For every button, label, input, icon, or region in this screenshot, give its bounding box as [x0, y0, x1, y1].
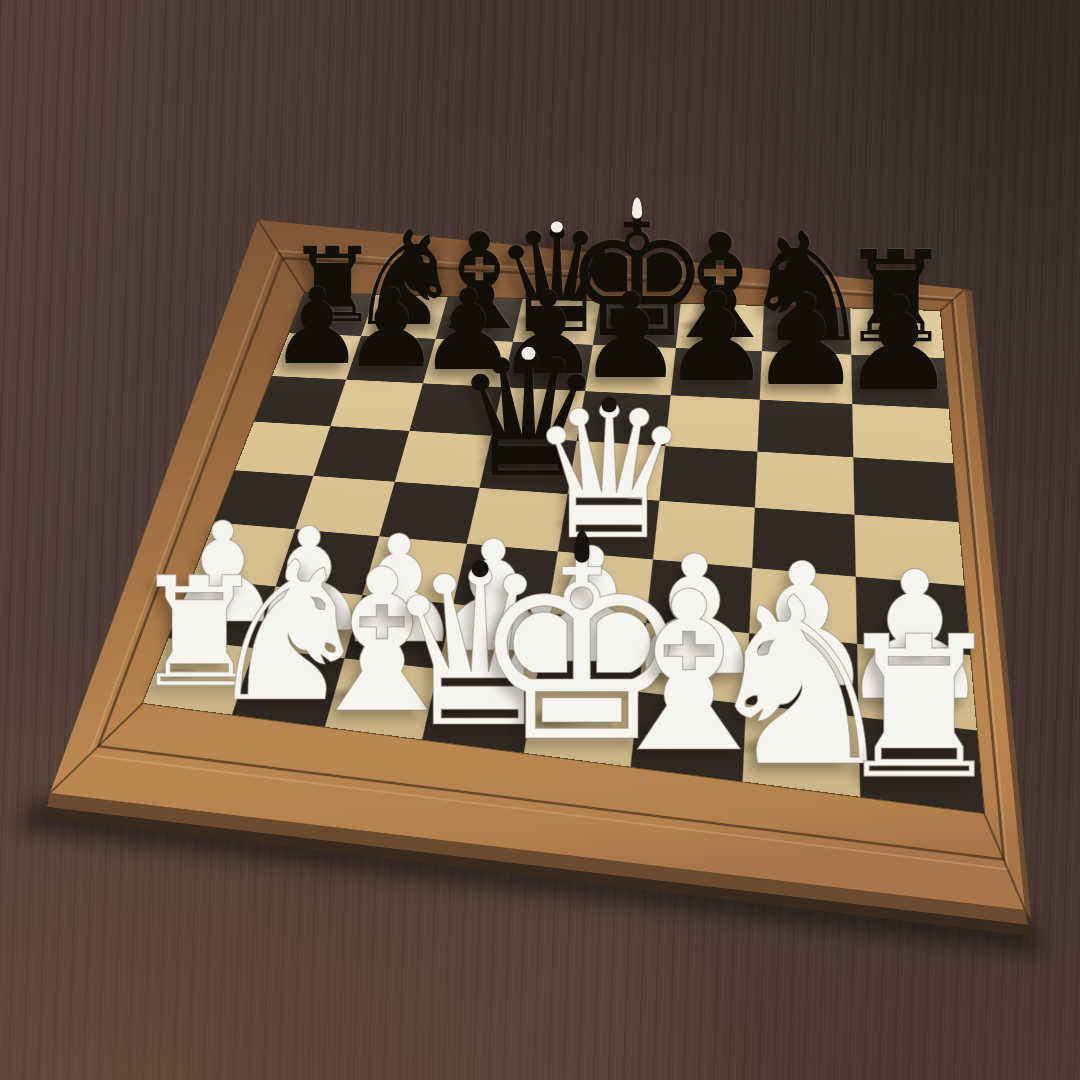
pawn-glyph: ♟ — [841, 280, 957, 409]
piece-white-rook-h1[interactable]: ♜ — [831, 610, 1007, 806]
table-surface: ♜♞♝♛♚♝♞♜♟♟♟♟♟♟♟♟♛♛♟♟♟♟♟♟♟♟♜♞♝♛♚♝♞♜ — [0, 0, 1080, 1080]
rook-glyph: ♜ — [831, 610, 1007, 806]
piece-black-pawn-h7[interactable]: ♟ — [841, 280, 957, 409]
pieces-layer: ♜♞♝♛♚♝♞♜♟♟♟♟♟♟♟♟♛♛♟♟♟♟♟♟♟♟♜♞♝♛♚♝♞♜ — [0, 0, 1080, 1080]
